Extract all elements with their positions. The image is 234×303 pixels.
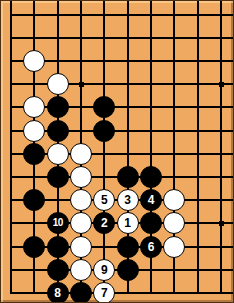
grid-line-vertical: [10, 1, 12, 294]
move-number-label: 10: [53, 218, 63, 228]
black-stone-move-2: 2: [93, 212, 115, 234]
move-number-label: 5: [101, 194, 108, 206]
grid-line-horizontal: [10, 83, 233, 85]
white-stone-move-7: 7: [93, 282, 115, 303]
white-stone: [70, 189, 92, 211]
white-stone: [23, 96, 45, 118]
go-board-diagram: 53410216987: [0, 0, 234, 303]
white-stone: [70, 166, 92, 188]
white-stone: [163, 189, 185, 211]
move-number-label: 9: [101, 263, 108, 275]
white-stone-move-3: 3: [117, 189, 139, 211]
move-number-label: 8: [54, 286, 61, 298]
black-stone: [47, 120, 69, 142]
white-stone-move-1: 1: [117, 212, 139, 234]
black-stone: [117, 166, 139, 188]
star-point: [79, 82, 84, 87]
black-stone-move-4: 4: [140, 189, 162, 211]
move-number-label: 4: [148, 194, 155, 206]
black-stone: [93, 120, 115, 142]
grid-line-vertical: [103, 1, 105, 294]
grid-line-horizontal: [10, 37, 233, 39]
grid-line-horizontal: [10, 292, 233, 294]
black-stone: [140, 212, 162, 234]
white-stone: [70, 212, 92, 234]
white-stone: [163, 236, 185, 258]
black-stone: [117, 236, 139, 258]
white-stone-move-9: 9: [93, 259, 115, 281]
black-stone: [117, 259, 139, 281]
white-stone-move-5: 5: [93, 189, 115, 211]
star-point: [219, 221, 224, 226]
white-stone: [70, 259, 92, 281]
white-stone: [23, 50, 45, 72]
move-number-label: 1: [124, 217, 131, 229]
move-number-label: 6: [148, 240, 155, 252]
star-point: [219, 82, 224, 87]
black-stone: [47, 96, 69, 118]
grid-line-vertical: [197, 1, 199, 294]
black-stone: [93, 96, 115, 118]
grid-line-vertical: [220, 1, 222, 294]
black-stone: [140, 166, 162, 188]
move-number-label: 7: [101, 286, 108, 298]
grid-line-horizontal: [10, 14, 233, 16]
move-number-label: 2: [101, 217, 108, 229]
white-stone: [70, 143, 92, 165]
black-stone: [23, 143, 45, 165]
black-stone-move-8: 8: [47, 282, 69, 303]
white-stone: [47, 143, 69, 165]
black-stone: [23, 236, 45, 258]
black-stone: [47, 259, 69, 281]
black-stone: [47, 166, 69, 188]
black-stone: [47, 236, 69, 258]
white-stone: [163, 212, 185, 234]
white-stone: [23, 120, 45, 142]
white-stone: [70, 236, 92, 258]
black-stone: [70, 282, 92, 303]
black-stone-move-10: 10: [47, 212, 69, 234]
black-stone-move-6: 6: [140, 236, 162, 258]
black-stone: [23, 189, 45, 211]
white-stone: [47, 73, 69, 95]
move-number-label: 3: [124, 194, 131, 206]
